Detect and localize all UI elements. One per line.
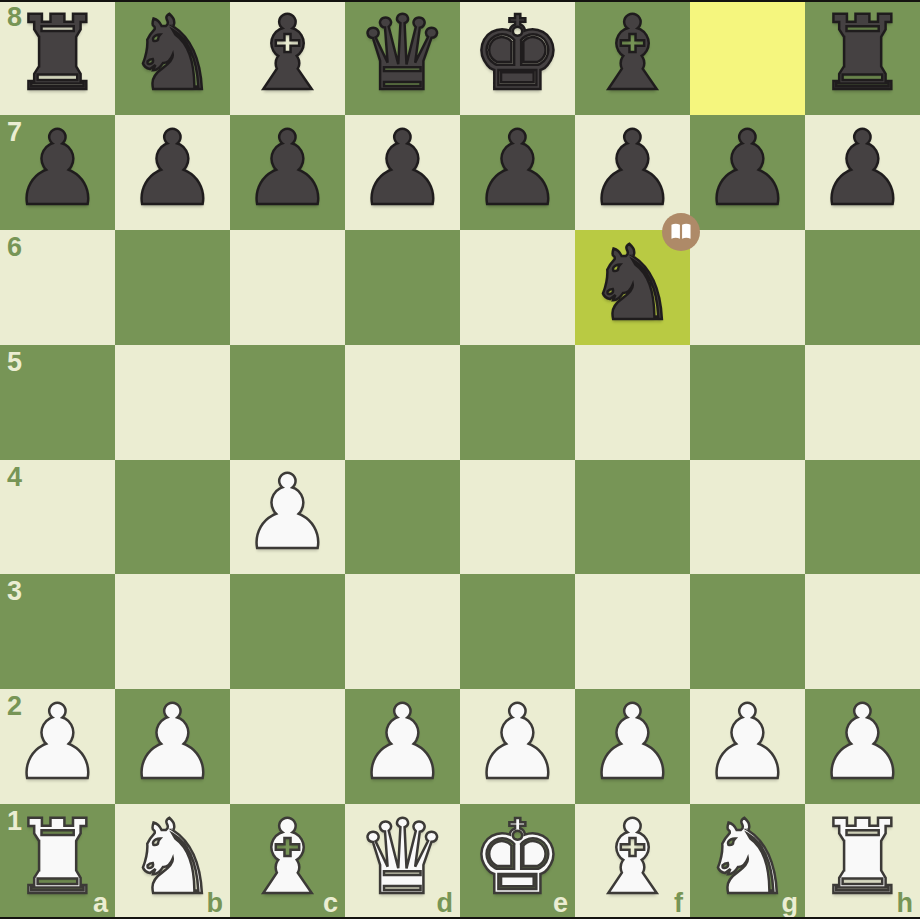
square-f5[interactable] xyxy=(575,345,690,460)
black-pawn-h7[interactable]: ♟ xyxy=(805,111,920,226)
rank-label-2: 2 xyxy=(7,693,22,720)
square-c7[interactable]: ♟ xyxy=(230,115,345,230)
black-bishop-f8[interactable]: ♝ xyxy=(575,0,690,111)
white-pawn-g2[interactable]: ♟ xyxy=(690,685,805,800)
square-e7[interactable]: ♟ xyxy=(460,115,575,230)
square-h8[interactable]: ♜ xyxy=(805,0,920,115)
white-pawn-d2[interactable]: ♟ xyxy=(345,685,460,800)
square-a2[interactable]: ♟2 xyxy=(0,689,115,804)
square-d1[interactable]: ♛d xyxy=(345,804,460,919)
black-rook-h8[interactable]: ♜ xyxy=(805,0,920,111)
square-e8[interactable]: ♚ xyxy=(460,0,575,115)
rank-label-7: 7 xyxy=(7,119,22,146)
square-d5[interactable] xyxy=(345,345,460,460)
black-king-e8[interactable]: ♚ xyxy=(460,0,575,111)
black-pawn-e7[interactable]: ♟ xyxy=(460,111,575,226)
square-d8[interactable]: ♛ xyxy=(345,0,460,115)
rank-label-6: 6 xyxy=(7,234,22,261)
black-knight-b8[interactable]: ♞ xyxy=(115,0,230,111)
square-f3[interactable] xyxy=(575,574,690,689)
black-pawn-f7[interactable]: ♟ xyxy=(575,111,690,226)
square-a3[interactable]: 3 xyxy=(0,574,115,689)
square-a4[interactable]: 4 xyxy=(0,460,115,575)
black-pawn-d7[interactable]: ♟ xyxy=(345,111,460,226)
file-label-d: d xyxy=(437,890,454,917)
square-b1[interactable]: ♞b xyxy=(115,804,230,919)
square-a8[interactable]: ♜8 xyxy=(0,0,115,115)
square-f7[interactable]: ♟ xyxy=(575,115,690,230)
square-e6[interactable] xyxy=(460,230,575,345)
square-d3[interactable] xyxy=(345,574,460,689)
white-pawn-h2[interactable]: ♟ xyxy=(805,685,920,800)
black-queen-d8[interactable]: ♛ xyxy=(345,0,460,111)
square-c5[interactable] xyxy=(230,345,345,460)
black-pawn-c7[interactable]: ♟ xyxy=(230,111,345,226)
square-g4[interactable] xyxy=(690,460,805,575)
square-e4[interactable] xyxy=(460,460,575,575)
square-a7[interactable]: ♟7 xyxy=(0,115,115,230)
square-e3[interactable] xyxy=(460,574,575,689)
square-b7[interactable]: ♟ xyxy=(115,115,230,230)
square-g6[interactable] xyxy=(690,230,805,345)
square-a5[interactable]: 5 xyxy=(0,345,115,460)
file-label-g: g xyxy=(782,890,799,917)
square-h5[interactable] xyxy=(805,345,920,460)
square-g3[interactable] xyxy=(690,574,805,689)
square-h1[interactable]: ♜h xyxy=(805,804,920,919)
square-b6[interactable] xyxy=(115,230,230,345)
file-label-f: f xyxy=(674,890,683,917)
square-h6[interactable] xyxy=(805,230,920,345)
square-b5[interactable] xyxy=(115,345,230,460)
square-g5[interactable] xyxy=(690,345,805,460)
rank-label-3: 3 xyxy=(7,578,22,605)
white-pawn-f2[interactable]: ♟ xyxy=(575,685,690,800)
square-e2[interactable]: ♟ xyxy=(460,689,575,804)
square-c2[interactable] xyxy=(230,689,345,804)
file-label-c: c xyxy=(323,890,338,917)
black-pawn-g7[interactable]: ♟ xyxy=(690,111,805,226)
square-b3[interactable] xyxy=(115,574,230,689)
file-label-h: h xyxy=(897,890,914,917)
file-label-a: a xyxy=(93,890,108,917)
square-f1[interactable]: ♝f xyxy=(575,804,690,919)
white-pawn-c4[interactable]: ♟ xyxy=(230,456,345,571)
square-a1[interactable]: ♜1a xyxy=(0,804,115,919)
square-c6[interactable] xyxy=(230,230,345,345)
rank-label-8: 8 xyxy=(7,4,22,31)
square-h4[interactable] xyxy=(805,460,920,575)
square-e1[interactable]: ♚e xyxy=(460,804,575,919)
square-f6[interactable]: ♞ xyxy=(575,230,690,345)
chess-board: ♜8♞♝♛♚♝♜♟7♟♟♟♟♟♟♟6♞54♟3♟2♟♟♟♟♟♟♜1a♞b♝c♛d… xyxy=(0,0,920,919)
square-g2[interactable]: ♟ xyxy=(690,689,805,804)
rank-label-5: 5 xyxy=(7,349,22,376)
file-label-e: e xyxy=(553,890,568,917)
square-h7[interactable]: ♟ xyxy=(805,115,920,230)
square-c8[interactable]: ♝ xyxy=(230,0,345,115)
square-c3[interactable] xyxy=(230,574,345,689)
file-label-b: b xyxy=(207,890,224,917)
square-b4[interactable] xyxy=(115,460,230,575)
square-f2[interactable]: ♟ xyxy=(575,689,690,804)
square-c4[interactable]: ♟ xyxy=(230,460,345,575)
square-f4[interactable] xyxy=(575,460,690,575)
square-d7[interactable]: ♟ xyxy=(345,115,460,230)
rank-label-1: 1 xyxy=(7,808,22,835)
square-d4[interactable] xyxy=(345,460,460,575)
square-e5[interactable] xyxy=(460,345,575,460)
square-b8[interactable]: ♞ xyxy=(115,0,230,115)
square-g8[interactable] xyxy=(690,0,805,115)
square-a6[interactable]: 6 xyxy=(0,230,115,345)
rank-label-4: 4 xyxy=(7,464,22,491)
square-f8[interactable]: ♝ xyxy=(575,0,690,115)
white-pawn-e2[interactable]: ♟ xyxy=(460,685,575,800)
square-d6[interactable] xyxy=(345,230,460,345)
black-pawn-b7[interactable]: ♟ xyxy=(115,111,230,226)
square-g1[interactable]: ♞g xyxy=(690,804,805,919)
white-bishop-f1[interactable]: ♝ xyxy=(575,800,690,915)
square-h2[interactable]: ♟ xyxy=(805,689,920,804)
black-bishop-c8[interactable]: ♝ xyxy=(230,0,345,111)
square-c1[interactable]: ♝c xyxy=(230,804,345,919)
window-top-edge xyxy=(0,0,920,2)
square-g7[interactable]: ♟ xyxy=(690,115,805,230)
square-h3[interactable] xyxy=(805,574,920,689)
square-b2[interactable]: ♟ xyxy=(115,689,230,804)
white-pawn-b2[interactable]: ♟ xyxy=(115,685,230,800)
square-d2[interactable]: ♟ xyxy=(345,689,460,804)
book-icon xyxy=(662,213,700,251)
